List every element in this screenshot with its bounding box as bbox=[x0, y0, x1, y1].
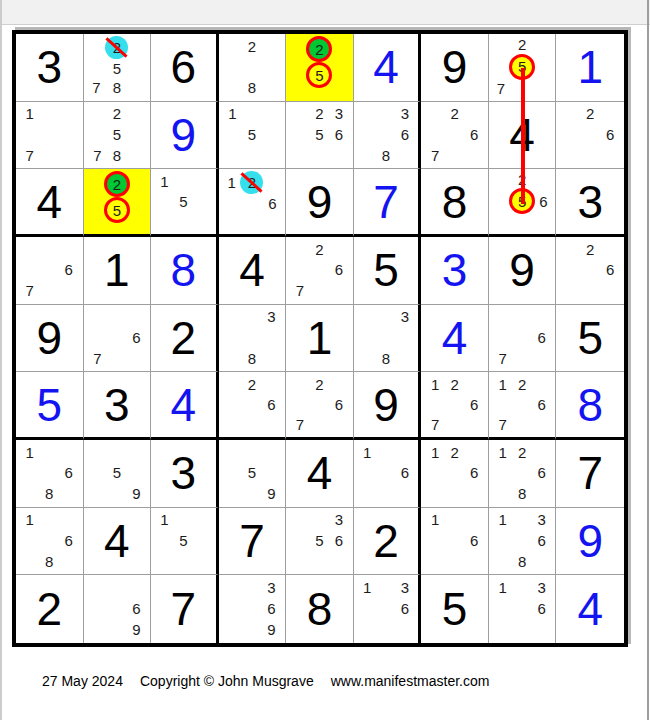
cell-r8c6[interactable]: 2 bbox=[354, 508, 422, 576]
solved-digit: 4 bbox=[556, 575, 624, 643]
pencil-mark: 7 bbox=[290, 414, 310, 434]
pencil-mark: 3 bbox=[329, 510, 349, 531]
pencil-mark: 2 bbox=[445, 104, 465, 125]
pencil-marks: 1268 bbox=[493, 442, 552, 504]
solved-digit: 7 bbox=[354, 169, 419, 234]
cell-r2c2[interactable]: 2578 bbox=[84, 102, 152, 170]
pencil-marks: 15 bbox=[155, 510, 212, 572]
pencil-mark: 2 bbox=[580, 239, 600, 260]
pencil-marks: 126 bbox=[223, 171, 282, 231]
window-left-edge bbox=[0, 0, 2, 720]
pencil-mark: 1 bbox=[425, 510, 445, 531]
given-digit: 2 bbox=[151, 305, 216, 372]
cell-r1c6[interactable]: 4 bbox=[354, 34, 422, 102]
solved-digit: 5 bbox=[16, 372, 83, 437]
pencil-marks: 267 bbox=[290, 239, 349, 301]
pencil-mark: 2 bbox=[310, 374, 330, 394]
pencil-mark: 9 bbox=[127, 619, 147, 640]
cell-r1c7[interactable]: 9 bbox=[421, 34, 489, 102]
given-digit: 8 bbox=[286, 575, 353, 643]
pencil-mark: 2 bbox=[512, 442, 532, 463]
cell-r6c1[interactable]: 5 bbox=[16, 372, 84, 440]
pencil-marks: 26 bbox=[560, 239, 620, 301]
pencil-marks: 59 bbox=[223, 442, 282, 504]
cell-r6c4[interactable]: 26 bbox=[219, 372, 287, 440]
footer-copyright: Copyright © John Musgrave bbox=[140, 673, 314, 689]
cell-r3c8[interactable]: 256 bbox=[489, 169, 557, 237]
pencil-marks: 168 bbox=[20, 442, 79, 504]
cell-r5c2[interactable]: 67 bbox=[84, 305, 152, 373]
cell-r5c4[interactable]: 38 bbox=[219, 305, 287, 373]
pencil-mark: 7 bbox=[88, 78, 106, 97]
pencil-mark: 2 bbox=[580, 104, 600, 125]
given-digit: 5 bbox=[556, 305, 624, 372]
solved-digit: 8 bbox=[151, 237, 216, 304]
solved-digit: 4 bbox=[354, 34, 419, 101]
pencil-marks: 26 bbox=[560, 104, 620, 166]
given-digit: 5 bbox=[354, 237, 419, 304]
candidate-circle: 5 bbox=[306, 62, 332, 88]
cell-r7c9[interactable]: 7 bbox=[556, 440, 624, 508]
given-digit: 2 bbox=[16, 575, 83, 643]
pencil-mark: 1 bbox=[493, 374, 513, 394]
cell-r8c3[interactable]: 15 bbox=[151, 508, 219, 576]
footer-website: www.manifestmaster.com bbox=[331, 673, 490, 689]
pencil-mark: 6 bbox=[59, 260, 79, 281]
pencil-mark: 6 bbox=[464, 530, 484, 551]
pencil-mark: 3 bbox=[532, 510, 552, 531]
pencil-marks: 16 bbox=[425, 510, 484, 572]
cell-r2c3[interactable]: 9 bbox=[151, 102, 219, 170]
pencil-mark: 6 bbox=[535, 188, 551, 214]
cell-r1c9[interactable]: 1 bbox=[556, 34, 624, 102]
pencil-mark: 8 bbox=[377, 348, 396, 369]
pencil-marks: 67 bbox=[493, 307, 552, 369]
given-digit: 7 bbox=[219, 508, 286, 575]
pencil-mark: 6 bbox=[532, 463, 552, 484]
solved-digit: 4 bbox=[421, 305, 488, 372]
given-digit: 4 bbox=[286, 440, 353, 507]
pencil-marks: 38 bbox=[223, 307, 282, 369]
pencil-marks: 267 bbox=[290, 374, 349, 434]
pencil-marks: 126 bbox=[425, 442, 484, 504]
given-digit: 3 bbox=[16, 34, 83, 101]
pencil-mark: 6 bbox=[464, 124, 484, 145]
pencil-mark: 7 bbox=[88, 348, 108, 369]
pencil-mark: 2 bbox=[107, 104, 127, 125]
candidate-on-circle: 2 bbox=[306, 36, 332, 62]
cell-r4c3[interactable]: 8 bbox=[151, 237, 219, 305]
cell-r6c6[interactable]: 9 bbox=[354, 372, 422, 440]
candidate-circle: 5 bbox=[509, 188, 535, 214]
pencil-marks: 15 bbox=[223, 104, 282, 166]
given-digit: 7 bbox=[151, 575, 216, 643]
cell-r1c1[interactable]: 3 bbox=[16, 34, 84, 102]
footer-date: 27 May 2024 bbox=[42, 673, 123, 689]
pencil-mark: 7 bbox=[20, 145, 40, 166]
pencil-mark: 8 bbox=[40, 483, 60, 504]
cell-r2c8[interactable]: 4 bbox=[489, 102, 557, 170]
pencil-mark: 9 bbox=[262, 619, 282, 640]
pencil-mark: 5 bbox=[174, 530, 193, 551]
cell-r7c4[interactable]: 59 bbox=[219, 440, 287, 508]
given-digit: 4 bbox=[84, 508, 151, 575]
pencil-mark: 1 bbox=[493, 510, 513, 531]
cell-r8c1[interactable]: 168 bbox=[16, 508, 84, 576]
cell-r8c8[interactable]: 1368 bbox=[489, 508, 557, 576]
pencil-mark: 1 bbox=[223, 171, 241, 194]
pencil-mark: 6 bbox=[262, 394, 282, 414]
pencil-mark: 1 bbox=[425, 374, 445, 394]
pencil-mark: 6 bbox=[395, 124, 414, 145]
pencil-mark: 6 bbox=[127, 598, 147, 619]
pencil-mark: 7 bbox=[290, 280, 310, 301]
pencil-mark: 3 bbox=[329, 104, 349, 125]
cell-r4c9[interactable]: 26 bbox=[556, 237, 624, 305]
pencil-mark: 6 bbox=[464, 463, 484, 484]
pencil-mark: 8 bbox=[242, 77, 262, 98]
pencil-mark: 5 bbox=[174, 191, 193, 211]
pencil-marks: 16 bbox=[358, 442, 415, 504]
cell-r9c4[interactable]: 369 bbox=[219, 575, 287, 643]
given-digit: 9 bbox=[286, 169, 353, 234]
cell-r3c1[interactable]: 4 bbox=[16, 169, 84, 237]
pencil-mark: 7 bbox=[20, 280, 40, 301]
pencil-mark: 2 bbox=[310, 104, 330, 125]
pencil-mark: 2 bbox=[509, 36, 535, 54]
pencil-mark: 5 bbox=[310, 530, 330, 551]
pencil-mark: 1 bbox=[20, 442, 40, 463]
pencil-mark: 8 bbox=[512, 551, 532, 572]
given-digit: 1 bbox=[84, 237, 151, 304]
solved-digit: 8 bbox=[556, 372, 624, 437]
cell-r3c9[interactable]: 3 bbox=[556, 169, 624, 237]
cell-r9c9[interactable]: 4 bbox=[556, 575, 624, 643]
pencil-marks: 267 bbox=[425, 104, 484, 166]
pencil-mark: 9 bbox=[127, 483, 147, 504]
cell-r9c7[interactable]: 5 bbox=[421, 575, 489, 643]
cell-r7c8[interactable]: 1268 bbox=[489, 440, 557, 508]
cell-r5c6[interactable]: 38 bbox=[354, 305, 422, 373]
given-digit: 3 bbox=[151, 440, 216, 507]
cell-r9c3[interactable]: 7 bbox=[151, 575, 219, 643]
cell-r1c2[interactable]: 2578 bbox=[84, 34, 152, 102]
cell-r6c5[interactable]: 267 bbox=[286, 372, 354, 440]
cell-r5c3[interactable]: 2 bbox=[151, 305, 219, 373]
cell-r3c6[interactable]: 7 bbox=[354, 169, 422, 237]
pencil-mark: 1 bbox=[20, 104, 40, 125]
solved-digit: 1 bbox=[556, 34, 624, 101]
cell-r6c8[interactable]: 1267 bbox=[489, 372, 557, 440]
pencil-mark: 6 bbox=[127, 327, 147, 348]
pencil-mark: 9 bbox=[262, 483, 282, 504]
given-digit: 7 bbox=[556, 440, 624, 507]
pencil-marks: 368 bbox=[358, 104, 415, 166]
pencil-mark: 1 bbox=[155, 510, 174, 531]
solved-digit: 9 bbox=[556, 508, 624, 575]
cell-r9c6[interactable]: 136 bbox=[354, 575, 422, 643]
given-digit: 9 bbox=[421, 34, 488, 101]
cell-r7c6[interactable]: 16 bbox=[354, 440, 422, 508]
pencil-marks: 1368 bbox=[493, 510, 552, 572]
pencil-mark: 1 bbox=[493, 577, 513, 598]
pencil-mark: 3 bbox=[395, 307, 414, 328]
cell-r9c1[interactable]: 2 bbox=[16, 575, 84, 643]
pencil-mark: 6 bbox=[59, 530, 79, 551]
candidate-on-circle: 2 bbox=[104, 171, 130, 197]
pencil-marks: 2356 bbox=[290, 104, 349, 166]
given-digit: 2 bbox=[354, 508, 419, 575]
pencil-marks: 256 bbox=[493, 171, 552, 231]
cell-r5c8[interactable]: 67 bbox=[489, 305, 557, 373]
pencil-mark: 2 bbox=[512, 374, 532, 394]
pencil-mark: 5 bbox=[107, 463, 127, 484]
given-digit: 4 bbox=[16, 169, 83, 234]
pencil-mark: 6 bbox=[600, 124, 620, 145]
cell-r4c7[interactable]: 3 bbox=[421, 237, 489, 305]
cell-r7c7[interactable]: 126 bbox=[421, 440, 489, 508]
cell-r3c5[interactable]: 9 bbox=[286, 169, 354, 237]
pencil-mark: 6 bbox=[329, 394, 349, 414]
cell-r2c1[interactable]: 17 bbox=[16, 102, 84, 170]
window-right-edge bbox=[647, 0, 649, 720]
cell-r1c4[interactable]: 28 bbox=[219, 34, 287, 102]
cell-r4c8[interactable]: 9 bbox=[489, 237, 557, 305]
cell-r7c5[interactable]: 4 bbox=[286, 440, 354, 508]
pencil-mark: 7 bbox=[425, 145, 445, 166]
cell-r8c4[interactable]: 7 bbox=[219, 508, 287, 576]
cell-r5c7[interactable]: 4 bbox=[421, 305, 489, 373]
eliminated-candidate: 2 bbox=[240, 171, 263, 194]
cell-r2c9[interactable]: 26 bbox=[556, 102, 624, 170]
given-digit: 3 bbox=[556, 169, 624, 234]
cell-r4c6[interactable]: 5 bbox=[354, 237, 422, 305]
cell-r3c3[interactable]: 15 bbox=[151, 169, 219, 237]
pencil-mark: 6 bbox=[532, 530, 552, 551]
pencil-mark: 6 bbox=[532, 394, 552, 414]
cell-r2c6[interactable]: 368 bbox=[354, 102, 422, 170]
pencil-mark: 7 bbox=[493, 80, 509, 98]
pencil-mark: 6 bbox=[263, 194, 281, 212]
pencil-mark: 8 bbox=[242, 348, 262, 369]
pencil-mark: 8 bbox=[512, 483, 532, 504]
pencil-mark: 2 bbox=[242, 36, 262, 57]
cell-r7c1[interactable]: 168 bbox=[16, 440, 84, 508]
pencil-mark: 3 bbox=[262, 577, 282, 598]
pencil-mark: 1 bbox=[493, 442, 513, 463]
pencil-mark: 2 bbox=[242, 374, 262, 394]
pencil-mark: 1 bbox=[358, 442, 377, 463]
pencil-marks: 369 bbox=[223, 577, 282, 640]
cell-r9c2[interactable]: 69 bbox=[84, 575, 152, 643]
pencil-mark: 1 bbox=[223, 104, 243, 125]
cell-r3c7[interactable]: 8 bbox=[421, 169, 489, 237]
pencil-marks: 59 bbox=[88, 442, 147, 504]
pencil-marks: 67 bbox=[20, 239, 79, 301]
pencil-mark: 8 bbox=[105, 78, 128, 97]
pencil-marks: 136 bbox=[358, 577, 415, 640]
pencil-mark: 8 bbox=[40, 551, 60, 572]
pencil-marks: 2578 bbox=[88, 36, 147, 98]
pencil-mark: 7 bbox=[493, 348, 513, 369]
pencil-mark: 8 bbox=[107, 145, 127, 166]
candidate-circle: 5 bbox=[509, 54, 535, 80]
pencil-mark: 1 bbox=[358, 577, 377, 598]
solved-digit: 4 bbox=[151, 372, 216, 437]
cell-r2c7[interactable]: 267 bbox=[421, 102, 489, 170]
cell-r4c1[interactable]: 67 bbox=[16, 237, 84, 305]
given-digit: 8 bbox=[421, 169, 488, 234]
cell-r1c5[interactable]: 25 bbox=[286, 34, 354, 102]
given-digit: 3 bbox=[84, 372, 151, 437]
given-digit: 5 bbox=[421, 575, 488, 643]
pencil-mark: 3 bbox=[395, 104, 414, 125]
pencil-mark: 5 bbox=[310, 124, 330, 145]
pencil-mark: 6 bbox=[59, 463, 79, 484]
pencil-marks: 38 bbox=[358, 307, 415, 369]
pencil-marks: 67 bbox=[88, 307, 147, 369]
cell-r4c4[interactable]: 4 bbox=[219, 237, 287, 305]
pencil-mark: 3 bbox=[395, 577, 414, 598]
pencil-marks: 26 bbox=[223, 374, 282, 434]
window-top-bar bbox=[0, 0, 650, 25]
given-digit: 9 bbox=[354, 372, 419, 437]
pencil-mark: 6 bbox=[329, 124, 349, 145]
cell-r9c8[interactable]: 136 bbox=[489, 575, 557, 643]
pencil-marks: 2578 bbox=[88, 104, 147, 166]
pencil-marks: 69 bbox=[88, 577, 147, 640]
cell-r6c2[interactable]: 3 bbox=[84, 372, 152, 440]
cell-r4c5[interactable]: 267 bbox=[286, 237, 354, 305]
pencil-mark: 6 bbox=[262, 598, 282, 619]
pencil-marks: 25 bbox=[290, 36, 349, 98]
cell-r2c4[interactable]: 15 bbox=[219, 102, 287, 170]
pencil-mark: 2 bbox=[445, 374, 465, 394]
footer: 27 May 2024 Copyright © John Musgrave ww… bbox=[42, 673, 489, 689]
pencil-mark: 3 bbox=[262, 307, 282, 328]
cell-r3c4[interactable]: 126 bbox=[219, 169, 287, 237]
cell-r6c3[interactable]: 4 bbox=[151, 372, 219, 440]
pencil-mark: 6 bbox=[532, 327, 552, 348]
cell-r6c7[interactable]: 1267 bbox=[421, 372, 489, 440]
given-digit: 9 bbox=[489, 237, 556, 304]
cell-r3c2[interactable]: 25 bbox=[84, 169, 152, 237]
pencil-mark: 7 bbox=[88, 145, 108, 166]
eliminated-candidate: 2 bbox=[105, 36, 128, 59]
pencil-marks: 356 bbox=[290, 510, 349, 572]
given-digit: 1 bbox=[286, 305, 353, 372]
pencil-mark: 6 bbox=[600, 260, 620, 281]
pencil-mark: 6 bbox=[329, 530, 349, 551]
pencil-marks: 17 bbox=[20, 104, 79, 166]
pencil-marks: 25 bbox=[88, 171, 147, 231]
given-digit: 4 bbox=[219, 237, 286, 304]
pencil-mark: 5 bbox=[242, 463, 262, 484]
pencil-mark: 5 bbox=[242, 124, 262, 145]
given-digit: 6 bbox=[151, 34, 216, 101]
cell-r8c5[interactable]: 356 bbox=[286, 508, 354, 576]
pencil-marks: 28 bbox=[223, 36, 282, 98]
pencil-mark: 1 bbox=[155, 171, 174, 191]
pencil-marks: 136 bbox=[493, 577, 552, 640]
candidate-circle: 5 bbox=[104, 197, 130, 223]
pencil-mark: 6 bbox=[464, 394, 484, 414]
cell-r9c5[interactable]: 8 bbox=[286, 575, 354, 643]
sudoku-board: 3257862825492571172578915235636826742642… bbox=[12, 30, 628, 647]
solved-digit: 9 bbox=[151, 102, 216, 169]
cell-r7c2[interactable]: 59 bbox=[84, 440, 152, 508]
pencil-mark: 5 bbox=[107, 124, 127, 145]
cell-r5c9[interactable]: 5 bbox=[556, 305, 624, 373]
cell-r5c5[interactable]: 1 bbox=[286, 305, 354, 373]
cell-r8c7[interactable]: 16 bbox=[421, 508, 489, 576]
pencil-marks: 257 bbox=[493, 36, 552, 98]
pencil-mark: 7 bbox=[425, 414, 445, 434]
pencil-mark: 5 bbox=[105, 59, 128, 78]
cell-r1c3[interactable]: 6 bbox=[151, 34, 219, 102]
cell-r5c1[interactable]: 9 bbox=[16, 305, 84, 373]
given-digit: 4 bbox=[489, 102, 556, 169]
pencil-mark: 8 bbox=[377, 145, 396, 166]
pencil-mark: 1 bbox=[20, 510, 40, 531]
cell-r1c8[interactable]: 257 bbox=[489, 34, 557, 102]
pencil-mark: 6 bbox=[395, 463, 414, 484]
pencil-mark: 2 bbox=[509, 171, 535, 188]
pencil-mark: 6 bbox=[329, 260, 349, 281]
pencil-mark: 7 bbox=[493, 414, 513, 434]
pencil-mark: 3 bbox=[532, 577, 552, 598]
pencil-mark: 2 bbox=[445, 442, 465, 463]
cell-r6c9[interactable]: 8 bbox=[556, 372, 624, 440]
pencil-mark: 2 bbox=[310, 239, 330, 260]
given-digit: 9 bbox=[16, 305, 83, 372]
cell-r8c9[interactable]: 9 bbox=[556, 508, 624, 576]
cell-r7c3[interactable]: 3 bbox=[151, 440, 219, 508]
solved-digit: 3 bbox=[421, 237, 488, 304]
cell-r8c2[interactable]: 4 bbox=[84, 508, 152, 576]
cell-r2c5[interactable]: 2356 bbox=[286, 102, 354, 170]
pencil-mark: 6 bbox=[532, 598, 552, 619]
pencil-marks: 1267 bbox=[425, 374, 484, 434]
pencil-mark: 1 bbox=[425, 442, 445, 463]
pencil-marks: 15 bbox=[155, 171, 212, 231]
pencil-marks: 168 bbox=[20, 510, 79, 572]
cell-r4c2[interactable]: 1 bbox=[84, 237, 152, 305]
pencil-marks: 1267 bbox=[493, 374, 552, 434]
pencil-mark: 6 bbox=[395, 598, 414, 619]
